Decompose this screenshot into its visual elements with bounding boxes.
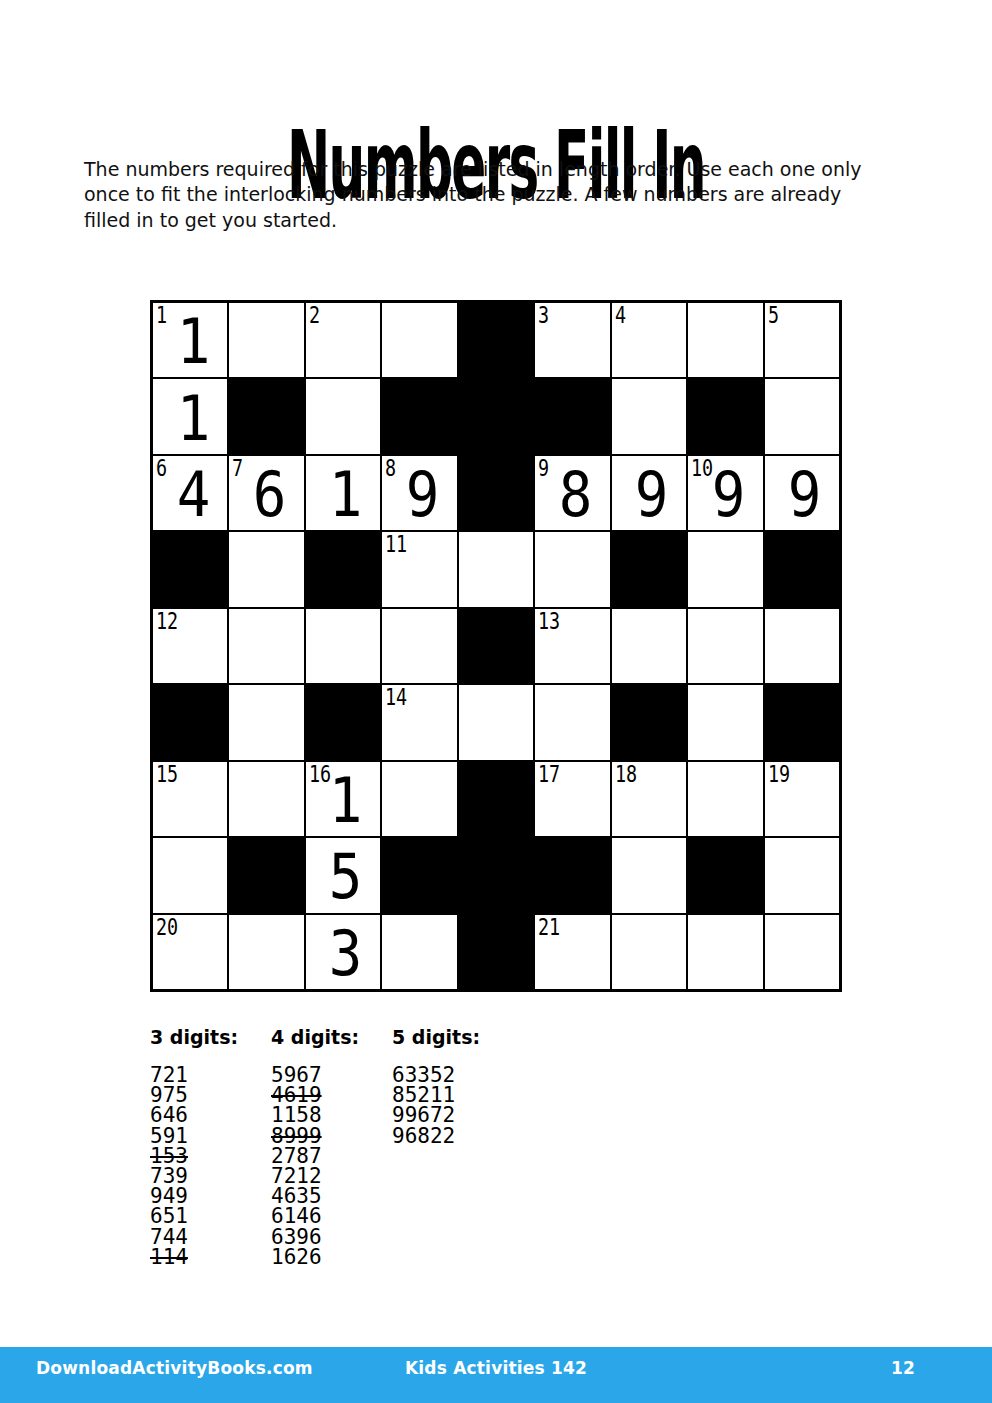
cell-r3c9[interactable]: 9	[765, 456, 839, 530]
number-list-item: 1626	[271, 1247, 392, 1267]
number-list-3-digits: 3 digits:721975646591153739949651744114	[150, 1027, 271, 1267]
cell-r9c2[interactable]	[229, 915, 303, 989]
clue-number: 19	[768, 763, 790, 786]
block-cell-r8c4	[382, 838, 456, 912]
cell-r9c1[interactable]: 20	[153, 915, 227, 989]
cell-r5c7[interactable]	[612, 609, 686, 683]
clue-number: 7	[232, 457, 243, 480]
cell-value: 3	[329, 923, 363, 985]
clue-number: 15	[156, 763, 178, 786]
clue-number: 8	[385, 457, 396, 480]
cell-r5c8[interactable]	[688, 609, 762, 683]
cell-r2c7[interactable]	[612, 379, 686, 453]
cell-value: 1	[329, 770, 363, 832]
cell-value: 5	[329, 846, 363, 908]
cell-r9c3[interactable]: 3	[306, 915, 380, 989]
cell-r5c2[interactable]	[229, 609, 303, 683]
clue-number: 13	[538, 610, 560, 633]
cell-r3c3[interactable]: 1	[306, 456, 380, 530]
block-cell-r4c3	[306, 532, 380, 606]
cell-r2c9[interactable]	[765, 379, 839, 453]
number-lists: 3 digits:7219756465911537399496517441144…	[150, 1027, 513, 1267]
cell-r3c8[interactable]: 109	[688, 456, 762, 530]
cell-r7c8[interactable]	[688, 762, 762, 836]
cell-value: 9	[712, 464, 746, 526]
cell-r8c9[interactable]	[765, 838, 839, 912]
number-list-item: 739	[150, 1166, 271, 1186]
block-cell-r8c8	[688, 838, 762, 912]
block-cell-r2c2	[229, 379, 303, 453]
cell-r5c9[interactable]	[765, 609, 839, 683]
list-label: 4 digits:	[271, 1027, 392, 1047]
number-list-5-digits: 5 digits:63352852119967296822	[392, 1027, 513, 1267]
block-cell-r4c1	[153, 532, 227, 606]
clue-number: 11	[385, 533, 407, 556]
block-cell-r7c5	[459, 762, 533, 836]
number-list-item: 2787	[271, 1146, 392, 1166]
block-cell-r2c8	[688, 379, 762, 453]
cell-r1c7[interactable]: 4	[612, 303, 686, 377]
instructions: The numbers required for this puzzle are…	[84, 157, 861, 233]
cell-r5c1[interactable]: 12	[153, 609, 227, 683]
clue-number: 6	[156, 457, 167, 480]
block-cell-r8c5	[459, 838, 533, 912]
cell-r7c6[interactable]: 17	[535, 762, 609, 836]
cell-value: 9	[635, 464, 669, 526]
block-cell-r6c9	[765, 685, 839, 759]
number-list-item: 5967	[271, 1065, 392, 1085]
block-cell-r4c7	[612, 532, 686, 606]
number-list-item: 1158	[271, 1105, 392, 1125]
block-cell-r2c6	[535, 379, 609, 453]
cell-value: 8	[559, 464, 593, 526]
cell-r6c5[interactable]	[459, 685, 533, 759]
number-list-item: 721	[150, 1065, 271, 1085]
cell-r4c8[interactable]	[688, 532, 762, 606]
cell-r6c8[interactable]	[688, 685, 762, 759]
instructions-line-2: once to fit the interlocking numbers int…	[84, 182, 861, 207]
clue-number: 16	[309, 763, 331, 786]
number-list-item: 651	[150, 1206, 271, 1226]
number-list-item: 4635	[271, 1186, 392, 1206]
cell-r1c1[interactable]: 11	[153, 303, 227, 377]
cell-r3c1[interactable]: 64	[153, 456, 227, 530]
cell-r9c4[interactable]	[382, 915, 456, 989]
cell-r5c3[interactable]	[306, 609, 380, 683]
cell-r4c2[interactable]	[229, 532, 303, 606]
cell-value: 4	[176, 464, 210, 526]
clue-number: 3	[538, 304, 549, 327]
cell-r1c3[interactable]: 2	[306, 303, 380, 377]
cell-value: 6	[253, 464, 287, 526]
cell-r3c4[interactable]: 89	[382, 456, 456, 530]
cell-value: 9	[788, 464, 822, 526]
cell-r8c1[interactable]	[153, 838, 227, 912]
footer-book-title: Kids Activities 142	[0, 1358, 992, 1378]
clue-number: 10	[691, 457, 713, 480]
block-cell-r6c1	[153, 685, 227, 759]
clue-number: 1	[156, 304, 167, 327]
cell-r9c7[interactable]	[612, 915, 686, 989]
list-entries: 721975646591153739949651744114	[150, 1065, 271, 1267]
cell-r1c8[interactable]	[688, 303, 762, 377]
cell-r5c4[interactable]	[382, 609, 456, 683]
clue-number: 2	[309, 304, 320, 327]
clue-number: 21	[538, 916, 560, 939]
clue-number: 17	[538, 763, 560, 786]
cell-r3c2[interactable]: 76	[229, 456, 303, 530]
cell-value: 1	[329, 464, 363, 526]
clue-number: 14	[385, 686, 407, 709]
clue-number: 18	[615, 763, 637, 786]
cell-r8c3[interactable]: 5	[306, 838, 380, 912]
cell-r2c1[interactable]: 1	[153, 379, 227, 453]
instructions-line-1: The numbers required for this puzzle are…	[84, 157, 861, 182]
block-cell-r6c3	[306, 685, 380, 759]
number-list-item: 975	[150, 1085, 271, 1105]
cell-r4c5[interactable]	[459, 532, 533, 606]
cell-r7c2[interactable]	[229, 762, 303, 836]
number-list-item: 591	[150, 1126, 271, 1146]
number-list-item: 7212	[271, 1166, 392, 1186]
worksheet-page: Numbers Fill In The numbers required for…	[0, 0, 992, 1403]
cell-r7c9[interactable]: 19	[765, 762, 839, 836]
clue-number: 12	[156, 610, 178, 633]
number-list-item-struck: 8999	[271, 1126, 392, 1146]
cell-r1c4[interactable]	[382, 303, 456, 377]
footer-page-number: 12	[891, 1358, 915, 1378]
block-cell-r1c5	[459, 303, 533, 377]
footer: DownloadActivityBooks.com Kids Activitie…	[0, 1347, 992, 1403]
number-list-item: 646	[150, 1105, 271, 1125]
cell-value: 9	[406, 464, 440, 526]
list-entries: 5967461911588999278772124635614663961626	[271, 1065, 392, 1267]
cell-r5c6[interactable]: 13	[535, 609, 609, 683]
number-list-4-digits: 4 digits:5967461911588999278772124635614…	[271, 1027, 392, 1267]
number-list-item: 63352	[392, 1065, 513, 1085]
number-list-item: 6396	[271, 1227, 392, 1247]
cell-r4c4[interactable]: 11	[382, 532, 456, 606]
number-list-item: 6146	[271, 1206, 392, 1226]
block-cell-r5c5	[459, 609, 533, 683]
clue-number: 5	[768, 304, 779, 327]
cell-r9c6[interactable]: 21	[535, 915, 609, 989]
cell-r3c6[interactable]: 98	[535, 456, 609, 530]
cell-r7c7[interactable]: 18	[612, 762, 686, 836]
cell-r8c7[interactable]	[612, 838, 686, 912]
number-list-item: 85211	[392, 1085, 513, 1105]
number-list-item: 744	[150, 1227, 271, 1247]
number-list-item: 99672	[392, 1105, 513, 1125]
number-list-item-struck: 114	[150, 1247, 271, 1267]
number-list-item-struck: 153	[150, 1146, 271, 1166]
cell-r1c6[interactable]: 3	[535, 303, 609, 377]
block-cell-r8c6	[535, 838, 609, 912]
cell-r2c3[interactable]	[306, 379, 380, 453]
puzzle-grid: 1123451647618998910991112131415161171819…	[150, 300, 842, 992]
block-cell-r8c2	[229, 838, 303, 912]
block-cell-r6c7	[612, 685, 686, 759]
list-entries: 63352852119967296822	[392, 1065, 513, 1146]
cell-r7c3[interactable]: 161	[306, 762, 380, 836]
cell-r7c1[interactable]: 15	[153, 762, 227, 836]
cell-r1c2[interactable]	[229, 303, 303, 377]
list-label: 3 digits:	[150, 1027, 271, 1047]
cell-r7c4[interactable]	[382, 762, 456, 836]
number-list-item: 949	[150, 1186, 271, 1206]
cell-r3c7[interactable]: 9	[612, 456, 686, 530]
list-label: 5 digits:	[392, 1027, 513, 1047]
cell-value: 1	[176, 311, 210, 373]
number-list-item: 96822	[392, 1126, 513, 1146]
block-cell-r3c5	[459, 456, 533, 530]
cell-r1c9[interactable]: 5	[765, 303, 839, 377]
cell-r9c9[interactable]	[765, 915, 839, 989]
block-cell-r4c9	[765, 532, 839, 606]
cell-r6c2[interactable]	[229, 685, 303, 759]
cell-r9c8[interactable]	[688, 915, 762, 989]
instructions-line-3: filled in to get you started.	[84, 208, 861, 233]
cell-value: 1	[176, 388, 210, 450]
clue-number: 20	[156, 916, 178, 939]
cell-r6c4[interactable]: 14	[382, 685, 456, 759]
block-cell-r9c5	[459, 915, 533, 989]
cell-r6c6[interactable]	[535, 685, 609, 759]
clue-number: 4	[615, 304, 626, 327]
block-cell-r2c4	[382, 379, 456, 453]
number-list-item-struck: 4619	[271, 1085, 392, 1105]
block-cell-r2c5	[459, 379, 533, 453]
cell-r4c6[interactable]	[535, 532, 609, 606]
clue-number: 9	[538, 457, 549, 480]
